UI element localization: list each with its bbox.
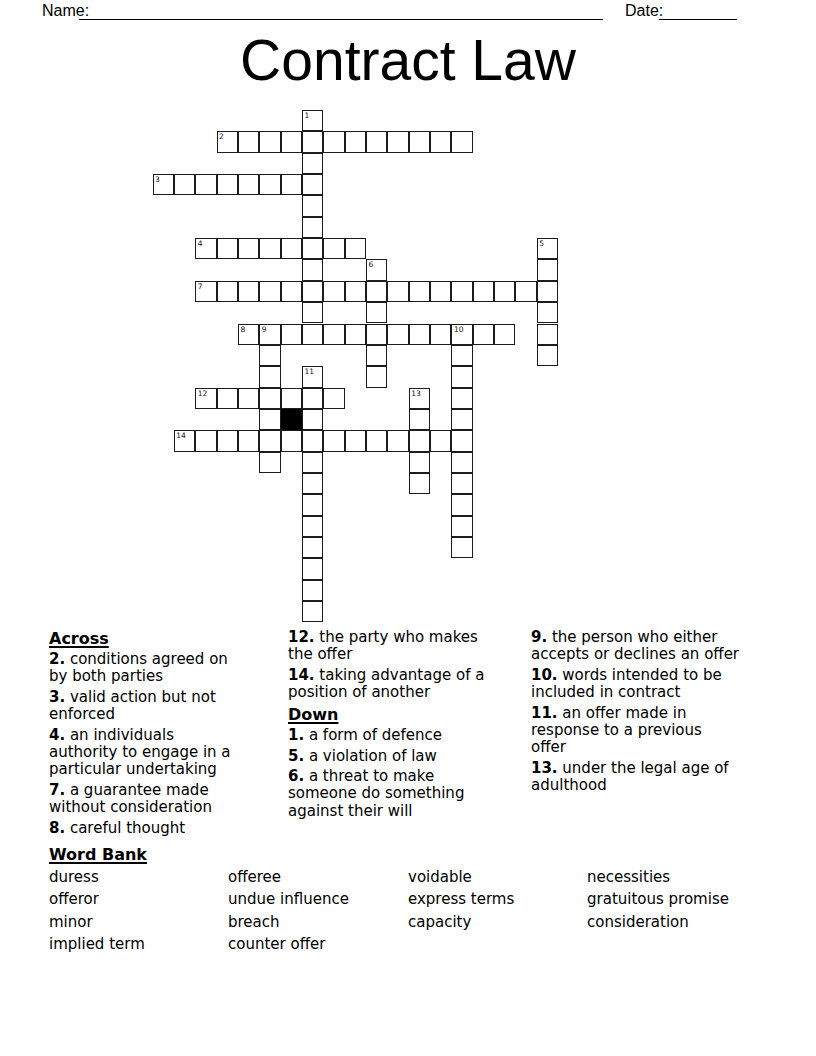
grid-cell[interactable] [366, 281, 387, 302]
grid-cell[interactable] [366, 324, 387, 345]
clue-number: 6. [288, 767, 304, 785]
word-bank-word: implied term [49, 933, 145, 955]
grid-cell[interactable]: 10 [451, 324, 472, 345]
clue-number: 13. [531, 759, 558, 777]
grid-cell[interactable] [515, 281, 536, 302]
grid-cell[interactable] [451, 409, 472, 430]
worksheet-page: Name: Date: Contract Law 123456789101112… [0, 0, 816, 1056]
clue-number: 2. [49, 650, 65, 668]
black-cell [281, 409, 302, 430]
cell-number: 11 [304, 367, 314, 376]
grid-cell[interactable] [238, 281, 259, 302]
clue-number: 14. [288, 666, 315, 684]
page-title: Contract Law [0, 31, 816, 91]
grid-cell[interactable] [217, 238, 238, 259]
clue-number: 7. [49, 781, 65, 799]
word-bank-word: gratuitous promise [587, 888, 729, 910]
grid-cell[interactable] [281, 430, 302, 451]
grid-cell[interactable] [302, 409, 323, 430]
grid-cell[interactable] [259, 174, 280, 195]
clue-14: 14. taking advantage of a position of an… [288, 667, 532, 701]
grid-cell[interactable] [451, 345, 472, 366]
word-bank-column-4: necessitiesgratuitous promiseconsiderati… [587, 866, 729, 933]
grid-cell[interactable] [281, 281, 302, 302]
grid-cell[interactable] [259, 345, 280, 366]
grid-cell[interactable] [409, 131, 430, 152]
date-label: Date: [625, 2, 663, 20]
grid-cell[interactable] [537, 324, 558, 345]
cell-number: 13 [411, 389, 421, 398]
clue-number: 1. [288, 726, 304, 744]
clue-number: 5. [288, 747, 304, 765]
word-bank-word: offeree [228, 866, 349, 888]
word-bank-word: capacity [408, 911, 514, 933]
word-bank-word: breach [228, 911, 349, 933]
grid-cell[interactable] [366, 131, 387, 152]
grid-cell[interactable] [451, 281, 472, 302]
grid-cell[interactable] [217, 430, 238, 451]
grid-cell[interactable] [302, 452, 323, 473]
word-bank-column-2: offereeundue influencebreachcounter offe… [228, 866, 349, 956]
grid-cell[interactable] [366, 430, 387, 451]
grid-cell[interactable] [451, 366, 472, 387]
cell-number: 12 [198, 389, 208, 398]
clue-column-3: 9. the person who either accepts or decl… [531, 629, 775, 798]
clue-7: 7. a guarantee made without consideratio… [49, 782, 293, 816]
grid-cell[interactable] [345, 324, 366, 345]
grid-cell[interactable] [473, 324, 494, 345]
grid-cell[interactable] [302, 430, 323, 451]
word-bank-word: voidable [408, 866, 514, 888]
word-bank-column-1: duressofferorminorimplied term [49, 866, 145, 956]
grid-cell[interactable] [451, 430, 472, 451]
clue-9: 9. the person who either accepts or decl… [531, 629, 775, 663]
grid-cell[interactable]: 3 [153, 174, 174, 195]
grid-cell[interactable] [174, 174, 195, 195]
clue-number: 3. [49, 688, 65, 706]
grid-cell[interactable] [281, 324, 302, 345]
word-bank-word: express terms [408, 888, 514, 910]
grid-cell[interactable] [430, 281, 451, 302]
grid-cell[interactable] [259, 388, 280, 409]
grid-cell[interactable] [281, 388, 302, 409]
grid-cell[interactable] [323, 388, 344, 409]
word-bank-word: necessities [587, 866, 729, 888]
clue-11: 11. an offer made in response to a previ… [531, 705, 775, 757]
grid-cell[interactable] [302, 131, 323, 152]
word-bank-word: duress [49, 866, 145, 888]
grid-cell[interactable] [302, 601, 323, 622]
grid-cell[interactable] [302, 494, 323, 515]
grid-cell[interactable] [409, 324, 430, 345]
grid-cell[interactable] [409, 430, 430, 451]
grid-cell[interactable] [238, 430, 259, 451]
grid-cell[interactable] [195, 174, 216, 195]
grid-cell[interactable] [451, 537, 472, 558]
grid-cell[interactable] [323, 238, 344, 259]
word-bank-word: consideration [587, 911, 729, 933]
grid-cell[interactable]: 5 [537, 238, 558, 259]
grid-cell[interactable] [345, 281, 366, 302]
grid-cell[interactable] [238, 238, 259, 259]
grid-cell[interactable]: 13 [409, 388, 430, 409]
grid-cell[interactable]: 1 [302, 110, 323, 131]
grid-cell[interactable] [238, 131, 259, 152]
grid-cell[interactable] [451, 516, 472, 537]
grid-cell[interactable]: 8 [238, 324, 259, 345]
clue-13: 13. under the legal age of adulthood [531, 760, 775, 794]
grid-cell[interactable] [323, 324, 344, 345]
grid-cell[interactable] [302, 238, 323, 259]
grid-cell[interactable] [430, 430, 451, 451]
crossword-grid: 1234567891011121314 [153, 110, 559, 623]
word-bank-word: minor [49, 911, 145, 933]
grid-cell[interactable] [217, 174, 238, 195]
grid-cell[interactable]: 2 [217, 131, 238, 152]
grid-cell[interactable] [302, 259, 323, 280]
cell-number: 9 [262, 325, 267, 334]
grid-cell[interactable]: 7 [195, 281, 216, 302]
grid-cell[interactable] [387, 131, 408, 152]
grid-cell[interactable]: 12 [195, 388, 216, 409]
word-bank-word: counter offer [228, 933, 349, 955]
grid-cell[interactable] [537, 259, 558, 280]
grid-cell[interactable] [387, 281, 408, 302]
date-blank-line[interactable] [659, 1, 737, 20]
grid-cell[interactable] [494, 324, 515, 345]
grid-cell[interactable] [302, 195, 323, 216]
grid-cell[interactable] [281, 174, 302, 195]
clue-number: 10. [531, 666, 558, 684]
cell-number: 1 [304, 111, 309, 120]
cell-number: 2 [219, 132, 224, 141]
grid-cell[interactable] [302, 302, 323, 323]
cell-number: 7 [198, 282, 203, 291]
cell-number: 14 [176, 431, 186, 440]
grid-cell[interactable] [217, 281, 238, 302]
grid-cell[interactable] [323, 281, 344, 302]
clue-5: 5. a violation of law [288, 748, 532, 765]
clue-number: 11. [531, 704, 558, 722]
grid-cell[interactable] [451, 473, 472, 494]
clue-10: 10. words intended to be included in con… [531, 667, 775, 701]
clue-number: 8. [49, 819, 65, 837]
grid-cell[interactable] [451, 494, 472, 515]
clue-number: 4. [49, 726, 65, 744]
grid-cell[interactable] [281, 131, 302, 152]
grid-cell[interactable] [387, 430, 408, 451]
grid-cell[interactable] [259, 131, 280, 152]
clue-number: 12. [288, 628, 315, 646]
grid-cell[interactable] [259, 430, 280, 451]
clue-1: 1. a form of defence [288, 727, 532, 744]
grid-cell[interactable] [238, 174, 259, 195]
clue-2: 2. conditions agreed on by both parties [49, 651, 293, 685]
grid-cell[interactable] [494, 281, 515, 302]
grid-cell[interactable] [259, 409, 280, 430]
clue-column-2: 12. the party who makes the offer14. tak… [288, 629, 532, 823]
grid-cell[interactable] [217, 388, 238, 409]
grid-cell[interactable]: 4 [195, 238, 216, 259]
grid-cell[interactable] [409, 281, 430, 302]
grid-cell[interactable] [451, 131, 472, 152]
clue-8: 8. careful thought [49, 820, 293, 837]
cell-number: 8 [240, 325, 245, 334]
clue-6: 6. a threat to make someone do something… [288, 768, 532, 820]
grid-cell[interactable] [302, 388, 323, 409]
grid-cell[interactable] [302, 153, 323, 174]
grid-cell[interactable] [430, 324, 451, 345]
name-blank-line[interactable] [79, 1, 603, 20]
grid-cell[interactable] [302, 558, 323, 579]
grid-cell[interactable] [195, 430, 216, 451]
grid-cell[interactable] [387, 324, 408, 345]
grid-cell[interactable] [537, 281, 558, 302]
grid-cell[interactable] [537, 345, 558, 366]
cell-number: 4 [198, 239, 203, 248]
grid-cell[interactable] [537, 302, 558, 323]
clue-4: 4. an individuals authority to engage in… [49, 727, 293, 779]
grid-cell[interactable] [323, 430, 344, 451]
grid-cell[interactable] [451, 388, 472, 409]
cell-number: 3 [155, 175, 160, 184]
grid-cell[interactable] [281, 238, 302, 259]
grid-cell[interactable] [366, 366, 387, 387]
grid-cell[interactable] [323, 131, 344, 152]
grid-cell[interactable]: 9 [259, 324, 280, 345]
cell-number: 10 [454, 325, 464, 334]
word-bank-heading: Word Bank [49, 845, 779, 864]
grid-cell[interactable] [302, 580, 323, 601]
grid-cell[interactable] [302, 174, 323, 195]
grid-cell[interactable] [345, 238, 366, 259]
grid-cell[interactable] [409, 473, 430, 494]
grid-cell[interactable] [302, 324, 323, 345]
grid-cell[interactable] [302, 473, 323, 494]
clues-heading-across: Across [49, 629, 293, 648]
word-bank-word: undue influence [228, 888, 349, 910]
clue-number: 9. [531, 628, 547, 646]
grid-cell[interactable] [366, 345, 387, 366]
word-bank-column-3: voidableexpress termscapacity [408, 866, 514, 933]
grid-cell[interactable] [259, 366, 280, 387]
word-bank: Word Bank duressofferorminorimplied term… [49, 845, 779, 870]
grid-cell[interactable]: 14 [174, 430, 195, 451]
clue-column-1: Across2. conditions agreed on by both pa… [49, 629, 293, 841]
grid-cell[interactable] [473, 281, 494, 302]
grid-cell[interactable] [259, 238, 280, 259]
grid-cell[interactable] [345, 430, 366, 451]
cell-number: 5 [539, 239, 544, 248]
grid-cell[interactable] [302, 281, 323, 302]
grid-cell[interactable] [345, 131, 366, 152]
clues-heading-down: Down [288, 705, 532, 724]
grid-cell[interactable] [302, 516, 323, 537]
cell-number: 6 [369, 260, 374, 269]
grid-cell[interactable] [302, 537, 323, 558]
grid-cell[interactable] [366, 302, 387, 323]
grid-cell[interactable] [259, 452, 280, 473]
grid-cell[interactable] [409, 452, 430, 473]
grid-cell[interactable]: 6 [366, 259, 387, 280]
clue-12: 12. the party who makes the offer [288, 629, 532, 663]
clue-3: 3. valid action but not enforced [49, 689, 293, 723]
word-bank-word: offeror [49, 888, 145, 910]
grid-cell[interactable] [409, 409, 430, 430]
grid-cell[interactable] [430, 131, 451, 152]
grid-cell[interactable] [451, 452, 472, 473]
grid-cell[interactable]: 11 [302, 366, 323, 387]
grid-cell[interactable] [302, 217, 323, 238]
grid-cell[interactable] [259, 281, 280, 302]
grid-cell[interactable] [238, 388, 259, 409]
